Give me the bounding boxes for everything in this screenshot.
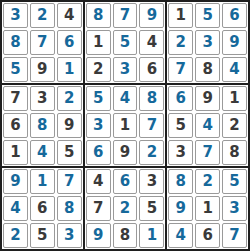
sudoku-box-9: 825913467 bbox=[167, 168, 248, 249]
sudoku-cell-r4c8[interactable]: 9 bbox=[195, 86, 220, 111]
sudoku-box-2: 879154236 bbox=[85, 2, 166, 83]
sudoku-cell-r4c9[interactable]: 1 bbox=[222, 86, 247, 111]
sudoku-cell-r7c6[interactable]: 3 bbox=[139, 169, 164, 194]
sudoku-cell-r6c7[interactable]: 3 bbox=[168, 140, 193, 165]
sudoku-cell-r2c7[interactable]: 2 bbox=[168, 30, 193, 55]
sudoku-cell-r6c5[interactable]: 9 bbox=[113, 140, 138, 165]
sudoku-box-5: 548317692 bbox=[85, 85, 166, 166]
sudoku-cell-r3c2[interactable]: 9 bbox=[30, 57, 55, 82]
sudoku-board: 3248765918791542361562397847326891455483… bbox=[0, 0, 250, 251]
sudoku-cell-r8c4[interactable]: 7 bbox=[86, 196, 111, 221]
sudoku-cell-r1c3[interactable]: 4 bbox=[57, 3, 82, 28]
sudoku-cell-r8c9[interactable]: 3 bbox=[222, 196, 247, 221]
sudoku-cell-r9c7[interactable]: 4 bbox=[168, 223, 193, 248]
sudoku-cell-r7c1[interactable]: 9 bbox=[3, 169, 28, 194]
sudoku-cell-r2c8[interactable]: 3 bbox=[195, 30, 220, 55]
sudoku-cell-r5c9[interactable]: 2 bbox=[222, 113, 247, 138]
sudoku-cell-r5c7[interactable]: 5 bbox=[168, 113, 193, 138]
sudoku-cell-r4c5[interactable]: 4 bbox=[113, 86, 138, 111]
sudoku-cell-r8c7[interactable]: 9 bbox=[168, 196, 193, 221]
sudoku-cell-r2c6[interactable]: 4 bbox=[139, 30, 164, 55]
sudoku-cell-r1c2[interactable]: 2 bbox=[30, 3, 55, 28]
sudoku-cell-r3c1[interactable]: 5 bbox=[3, 57, 28, 82]
sudoku-cell-r2c9[interactable]: 9 bbox=[222, 30, 247, 55]
sudoku-cell-r8c6[interactable]: 5 bbox=[139, 196, 164, 221]
sudoku-cell-r4c1[interactable]: 7 bbox=[3, 86, 28, 111]
sudoku-cell-r8c1[interactable]: 4 bbox=[3, 196, 28, 221]
sudoku-box-3: 156239784 bbox=[167, 2, 248, 83]
sudoku-cell-r7c5[interactable]: 6 bbox=[113, 169, 138, 194]
sudoku-cell-r7c7[interactable]: 8 bbox=[168, 169, 193, 194]
sudoku-cell-r9c9[interactable]: 7 bbox=[222, 223, 247, 248]
sudoku-cell-r2c2[interactable]: 7 bbox=[30, 30, 55, 55]
sudoku-cell-r6c9[interactable]: 8 bbox=[222, 140, 247, 165]
sudoku-cell-r8c2[interactable]: 6 bbox=[30, 196, 55, 221]
sudoku-cell-r1c1[interactable]: 3 bbox=[3, 3, 28, 28]
sudoku-cell-r3c5[interactable]: 3 bbox=[113, 57, 138, 82]
sudoku-cell-r5c2[interactable]: 8 bbox=[30, 113, 55, 138]
sudoku-cell-r8c8[interactable]: 1 bbox=[195, 196, 220, 221]
sudoku-cell-r3c4[interactable]: 2 bbox=[86, 57, 111, 82]
sudoku-cell-r4c4[interactable]: 5 bbox=[86, 86, 111, 111]
sudoku-cell-r9c1[interactable]: 2 bbox=[3, 223, 28, 248]
sudoku-cell-r1c4[interactable]: 8 bbox=[86, 3, 111, 28]
sudoku-box-7: 917468253 bbox=[2, 168, 83, 249]
sudoku-cell-r9c8[interactable]: 6 bbox=[195, 223, 220, 248]
sudoku-cell-r5c1[interactable]: 6 bbox=[3, 113, 28, 138]
sudoku-cell-r3c8[interactable]: 8 bbox=[195, 57, 220, 82]
sudoku-cell-r4c6[interactable]: 8 bbox=[139, 86, 164, 111]
sudoku-cell-r3c9[interactable]: 4 bbox=[222, 57, 247, 82]
sudoku-cell-r4c2[interactable]: 3 bbox=[30, 86, 55, 111]
sudoku-cell-r1c9[interactable]: 6 bbox=[222, 3, 247, 28]
sudoku-cell-r1c8[interactable]: 5 bbox=[195, 3, 220, 28]
sudoku-cell-r5c6[interactable]: 7 bbox=[139, 113, 164, 138]
sudoku-cell-r2c3[interactable]: 6 bbox=[57, 30, 82, 55]
sudoku-box-4: 732689145 bbox=[2, 85, 83, 166]
sudoku-cell-r1c5[interactable]: 7 bbox=[113, 3, 138, 28]
sudoku-cell-r2c4[interactable]: 1 bbox=[86, 30, 111, 55]
sudoku-cell-r4c7[interactable]: 6 bbox=[168, 86, 193, 111]
sudoku-cell-r6c1[interactable]: 1 bbox=[3, 140, 28, 165]
sudoku-cell-r5c4[interactable]: 3 bbox=[86, 113, 111, 138]
sudoku-cell-r1c7[interactable]: 1 bbox=[168, 3, 193, 28]
sudoku-cell-r3c3[interactable]: 1 bbox=[57, 57, 82, 82]
sudoku-cell-r4c3[interactable]: 2 bbox=[57, 86, 82, 111]
sudoku-cell-r5c3[interactable]: 9 bbox=[57, 113, 82, 138]
sudoku-cell-r7c9[interactable]: 5 bbox=[222, 169, 247, 194]
sudoku-cell-r7c4[interactable]: 4 bbox=[86, 169, 111, 194]
sudoku-cell-r2c1[interactable]: 8 bbox=[3, 30, 28, 55]
sudoku-cell-r6c3[interactable]: 5 bbox=[57, 140, 82, 165]
sudoku-cell-r7c2[interactable]: 1 bbox=[30, 169, 55, 194]
sudoku-cell-r8c5[interactable]: 2 bbox=[113, 196, 138, 221]
sudoku-cell-r1c6[interactable]: 9 bbox=[139, 3, 164, 28]
sudoku-cell-r9c6[interactable]: 1 bbox=[139, 223, 164, 248]
sudoku-cell-r8c3[interactable]: 8 bbox=[57, 196, 82, 221]
sudoku-cell-r6c4[interactable]: 6 bbox=[86, 140, 111, 165]
sudoku-cell-r7c8[interactable]: 2 bbox=[195, 169, 220, 194]
sudoku-box-8: 463725981 bbox=[85, 168, 166, 249]
sudoku-box-6: 691542378 bbox=[167, 85, 248, 166]
sudoku-cell-r2c5[interactable]: 5 bbox=[113, 30, 138, 55]
sudoku-cell-r6c6[interactable]: 2 bbox=[139, 140, 164, 165]
sudoku-cell-r6c8[interactable]: 7 bbox=[195, 140, 220, 165]
sudoku-box-1: 324876591 bbox=[2, 2, 83, 83]
sudoku-cell-r6c2[interactable]: 4 bbox=[30, 140, 55, 165]
sudoku-cell-r9c5[interactable]: 8 bbox=[113, 223, 138, 248]
sudoku-cell-r5c8[interactable]: 4 bbox=[195, 113, 220, 138]
sudoku-cell-r3c6[interactable]: 6 bbox=[139, 57, 164, 82]
sudoku-cell-r9c2[interactable]: 5 bbox=[30, 223, 55, 248]
sudoku-cell-r9c3[interactable]: 3 bbox=[57, 223, 82, 248]
sudoku-cell-r5c5[interactable]: 1 bbox=[113, 113, 138, 138]
sudoku-cell-r7c3[interactable]: 7 bbox=[57, 169, 82, 194]
sudoku-cell-r3c7[interactable]: 7 bbox=[168, 57, 193, 82]
sudoku-cell-r9c4[interactable]: 9 bbox=[86, 223, 111, 248]
sudoku-app: 3248765918791542361562397847326891455483… bbox=[0, 0, 250, 251]
